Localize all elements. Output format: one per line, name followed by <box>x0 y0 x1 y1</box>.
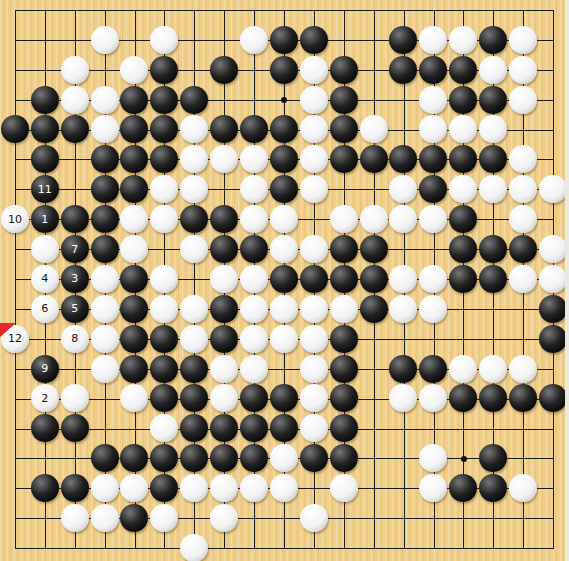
black-stone-move-11[interactable]: 11 <box>31 175 59 203</box>
board-cell[interactable] <box>359 115 389 145</box>
black-stone[interactable] <box>330 115 358 143</box>
board-cell[interactable] <box>359 264 389 294</box>
board-cell[interactable] <box>329 234 359 264</box>
board-cell[interactable] <box>359 85 389 115</box>
black-stone[interactable] <box>91 235 119 263</box>
board-cell[interactable] <box>329 0 359 25</box>
board-cell[interactable] <box>90 234 120 264</box>
white-stone[interactable] <box>509 86 537 114</box>
board-cell[interactable] <box>269 115 299 145</box>
board-cell[interactable] <box>389 264 419 294</box>
board-cell[interactable] <box>60 533 90 561</box>
black-stone[interactable] <box>150 56 178 84</box>
board-cell[interactable]: 5 <box>60 294 90 324</box>
board-cell[interactable] <box>120 144 150 174</box>
board-cell[interactable] <box>179 55 209 85</box>
white-stone-move-8[interactable]: 8 <box>61 325 89 353</box>
board-cell[interactable] <box>448 384 478 414</box>
board-cell[interactable] <box>149 144 179 174</box>
board-cell[interactable] <box>149 25 179 55</box>
board-cell[interactable] <box>418 85 448 115</box>
black-stone[interactable] <box>479 384 507 412</box>
board-cell[interactable] <box>149 324 179 354</box>
board-cell[interactable] <box>478 144 508 174</box>
board-cell[interactable] <box>149 413 179 443</box>
board-cell[interactable] <box>179 144 209 174</box>
board-cell[interactable]: 11 <box>30 174 60 204</box>
board-cell[interactable] <box>179 324 209 354</box>
white-stone[interactable] <box>389 295 417 323</box>
board-cell[interactable] <box>239 25 269 55</box>
board-cell[interactable] <box>389 384 419 414</box>
board-cell[interactable] <box>90 144 120 174</box>
board-cell[interactable] <box>478 533 508 561</box>
board-cell[interactable] <box>389 234 419 264</box>
board-cell[interactable] <box>389 503 419 533</box>
black-stone[interactable] <box>330 86 358 114</box>
white-stone[interactable] <box>91 325 119 353</box>
board-cell[interactable]: 9 <box>30 354 60 384</box>
board-cell[interactable] <box>299 443 329 473</box>
board-cell[interactable] <box>0 443 30 473</box>
white-stone[interactable] <box>270 235 298 263</box>
white-stone[interactable] <box>210 265 238 293</box>
board-cell[interactable] <box>389 443 419 473</box>
white-stone[interactable] <box>330 474 358 502</box>
white-stone[interactable] <box>180 115 208 143</box>
black-stone[interactable] <box>120 504 148 532</box>
board-cell[interactable] <box>538 413 568 443</box>
white-stone[interactable] <box>389 205 417 233</box>
white-stone[interactable] <box>300 414 328 442</box>
board-cell[interactable] <box>478 384 508 414</box>
board-cell[interactable] <box>239 324 269 354</box>
black-stone[interactable] <box>270 56 298 84</box>
white-stone[interactable] <box>509 26 537 54</box>
board-cell[interactable] <box>60 503 90 533</box>
white-stone[interactable] <box>210 384 238 412</box>
board-cell[interactable] <box>239 55 269 85</box>
black-stone-move-5[interactable]: 5 <box>61 295 89 323</box>
board-cell[interactable] <box>149 264 179 294</box>
black-stone[interactable] <box>479 265 507 293</box>
board-cell[interactable] <box>179 85 209 115</box>
board-cell[interactable] <box>538 443 568 473</box>
white-stone[interactable] <box>539 235 567 263</box>
board-cell[interactable] <box>30 0 60 25</box>
board-cell[interactable] <box>239 0 269 25</box>
white-stone[interactable] <box>509 265 537 293</box>
board-cell[interactable] <box>508 25 538 55</box>
white-stone[interactable] <box>419 295 447 323</box>
board-cell[interactable] <box>329 533 359 561</box>
board-cell[interactable] <box>448 0 478 25</box>
board-cell[interactable] <box>299 324 329 354</box>
black-stone[interactable] <box>240 444 268 472</box>
white-stone[interactable] <box>509 145 537 173</box>
black-stone[interactable] <box>539 384 567 412</box>
board-cell[interactable] <box>60 55 90 85</box>
black-stone[interactable] <box>150 115 178 143</box>
board-cell[interactable] <box>508 384 538 414</box>
board-cell[interactable] <box>149 115 179 145</box>
black-stone[interactable] <box>449 235 477 263</box>
white-stone[interactable] <box>300 115 328 143</box>
black-stone[interactable] <box>1 115 29 143</box>
black-stone-move-9[interactable]: 9 <box>31 355 59 383</box>
board-cell[interactable] <box>418 264 448 294</box>
board-cell[interactable] <box>209 144 239 174</box>
board-cell[interactable] <box>448 85 478 115</box>
board-cell[interactable] <box>508 413 538 443</box>
board-cell[interactable] <box>0 413 30 443</box>
black-stone[interactable] <box>330 384 358 412</box>
board-cell[interactable] <box>209 204 239 234</box>
board-cell[interactable] <box>209 234 239 264</box>
board-cell[interactable] <box>299 144 329 174</box>
white-stone[interactable] <box>180 175 208 203</box>
board-cell[interactable] <box>478 204 508 234</box>
board-cell[interactable] <box>179 294 209 324</box>
white-stone[interactable] <box>120 235 148 263</box>
board-cell[interactable] <box>538 85 568 115</box>
board-cell[interactable] <box>239 85 269 115</box>
board-cell[interactable] <box>538 324 568 354</box>
board-cell[interactable] <box>329 144 359 174</box>
board-cell[interactable]: 3 <box>60 264 90 294</box>
board-cell[interactable] <box>448 25 478 55</box>
board-cell[interactable] <box>329 174 359 204</box>
board-cell[interactable] <box>538 55 568 85</box>
board-cell[interactable] <box>418 115 448 145</box>
board-cell[interactable] <box>269 413 299 443</box>
board-cell[interactable] <box>120 55 150 85</box>
board-cell[interactable] <box>538 204 568 234</box>
black-stone[interactable] <box>240 414 268 442</box>
white-stone[interactable] <box>360 205 388 233</box>
black-stone[interactable] <box>120 86 148 114</box>
board-cell[interactable] <box>329 473 359 503</box>
board-cell[interactable] <box>120 85 150 115</box>
white-stone[interactable] <box>31 235 59 263</box>
board-cell[interactable] <box>389 115 419 145</box>
white-stone[interactable] <box>61 56 89 84</box>
white-stone-move-4[interactable]: 4 <box>31 265 59 293</box>
board-cell[interactable] <box>448 115 478 145</box>
board-cell[interactable] <box>269 443 299 473</box>
board-cell[interactable] <box>60 25 90 55</box>
board-cell[interactable] <box>508 473 538 503</box>
board-cell[interactable] <box>478 413 508 443</box>
board-cell[interactable] <box>179 204 209 234</box>
black-stone[interactable] <box>270 414 298 442</box>
board-cell[interactable] <box>508 85 538 115</box>
board-cell[interactable] <box>179 234 209 264</box>
black-stone[interactable] <box>539 295 567 323</box>
board-cell[interactable] <box>448 473 478 503</box>
board-cell[interactable] <box>448 443 478 473</box>
board-cell[interactable] <box>508 533 538 561</box>
white-stone[interactable] <box>240 145 268 173</box>
board-cell[interactable] <box>478 264 508 294</box>
board-cell[interactable] <box>0 0 30 25</box>
white-stone[interactable] <box>449 355 477 383</box>
black-stone[interactable] <box>210 205 238 233</box>
white-stone[interactable] <box>509 474 537 502</box>
board-cell[interactable] <box>0 85 30 115</box>
board-cell[interactable] <box>239 443 269 473</box>
white-stone[interactable] <box>180 474 208 502</box>
board-cell[interactable] <box>0 234 30 264</box>
board-cell[interactable] <box>478 294 508 324</box>
board-cell[interactable] <box>329 413 359 443</box>
board-cell[interactable] <box>508 294 538 324</box>
white-stone[interactable] <box>210 355 238 383</box>
board-cell[interactable] <box>448 234 478 264</box>
black-stone[interactable] <box>330 444 358 472</box>
board-cell[interactable] <box>538 264 568 294</box>
white-stone[interactable] <box>91 26 119 54</box>
board-cell[interactable] <box>209 413 239 443</box>
board-cell[interactable] <box>30 324 60 354</box>
board-cell[interactable] <box>239 144 269 174</box>
board-cell[interactable] <box>359 324 389 354</box>
black-stone[interactable] <box>330 56 358 84</box>
white-stone[interactable] <box>91 504 119 532</box>
board-cell[interactable] <box>90 324 120 354</box>
board-cell[interactable] <box>209 473 239 503</box>
board-cell[interactable] <box>120 25 150 55</box>
board-cell[interactable] <box>359 533 389 561</box>
white-stone[interactable] <box>300 86 328 114</box>
white-stone[interactable] <box>240 355 268 383</box>
board-cell[interactable] <box>389 144 419 174</box>
black-stone[interactable] <box>360 295 388 323</box>
board-cell[interactable] <box>329 115 359 145</box>
black-stone[interactable] <box>120 115 148 143</box>
board-cell[interactable] <box>269 384 299 414</box>
board-cell[interactable] <box>0 55 30 85</box>
board-cell[interactable] <box>0 264 30 294</box>
board-cell[interactable] <box>149 354 179 384</box>
black-stone-move-1[interactable]: 1 <box>31 205 59 233</box>
board-cell[interactable] <box>448 294 478 324</box>
white-stone[interactable] <box>389 265 417 293</box>
white-stone[interactable] <box>360 115 388 143</box>
board-cell[interactable] <box>30 413 60 443</box>
white-stone[interactable] <box>300 175 328 203</box>
board-cell[interactable] <box>359 55 389 85</box>
board-cell[interactable] <box>269 55 299 85</box>
board-cell[interactable] <box>90 533 120 561</box>
board-cell[interactable] <box>538 174 568 204</box>
board-cell[interactable] <box>448 354 478 384</box>
white-stone[interactable] <box>150 414 178 442</box>
board-cell[interactable] <box>359 354 389 384</box>
board-cell[interactable] <box>30 144 60 174</box>
white-stone[interactable] <box>150 26 178 54</box>
white-stone[interactable] <box>300 325 328 353</box>
board-cell[interactable] <box>60 443 90 473</box>
board-cell[interactable] <box>120 503 150 533</box>
black-stone[interactable] <box>270 175 298 203</box>
board-cell[interactable] <box>448 413 478 443</box>
board-cell[interactable] <box>299 174 329 204</box>
black-stone[interactable] <box>419 175 447 203</box>
board-cell[interactable] <box>149 443 179 473</box>
board-cell[interactable] <box>0 294 30 324</box>
board-cell[interactable] <box>448 324 478 354</box>
board-cell[interactable] <box>299 413 329 443</box>
board-cell[interactable] <box>149 174 179 204</box>
black-stone[interactable] <box>91 175 119 203</box>
white-stone[interactable] <box>419 444 447 472</box>
board-cell[interactable] <box>418 324 448 354</box>
board-cell[interactable] <box>508 234 538 264</box>
black-stone[interactable] <box>479 26 507 54</box>
board-cell[interactable] <box>418 234 448 264</box>
board-cell[interactable] <box>299 473 329 503</box>
board-cell[interactable] <box>60 115 90 145</box>
white-stone[interactable] <box>419 474 447 502</box>
white-stone[interactable] <box>240 474 268 502</box>
board-cell[interactable] <box>448 503 478 533</box>
white-stone[interactable] <box>300 295 328 323</box>
black-stone[interactable] <box>270 265 298 293</box>
board-cell[interactable] <box>269 0 299 25</box>
black-stone[interactable] <box>360 145 388 173</box>
board-cell[interactable] <box>30 234 60 264</box>
black-stone[interactable] <box>210 295 238 323</box>
board-cell[interactable] <box>418 25 448 55</box>
white-stone[interactable] <box>150 265 178 293</box>
black-stone[interactable] <box>270 384 298 412</box>
black-stone[interactable] <box>300 444 328 472</box>
board-cell[interactable] <box>90 204 120 234</box>
board-cell[interactable] <box>299 25 329 55</box>
board-cell[interactable] <box>478 174 508 204</box>
white-stone[interactable] <box>389 384 417 412</box>
board-cell[interactable] <box>209 85 239 115</box>
board-cell[interactable] <box>508 503 538 533</box>
board-cell[interactable] <box>120 413 150 443</box>
board-cell[interactable] <box>209 264 239 294</box>
black-stone[interactable] <box>150 444 178 472</box>
black-stone[interactable] <box>330 145 358 173</box>
white-stone[interactable] <box>91 115 119 143</box>
board-cell[interactable] <box>179 174 209 204</box>
board-cell[interactable] <box>478 473 508 503</box>
board-cell[interactable] <box>269 174 299 204</box>
board-cell[interactable] <box>90 0 120 25</box>
board-cell[interactable] <box>209 294 239 324</box>
white-stone[interactable] <box>300 355 328 383</box>
board-cell[interactable] <box>239 503 269 533</box>
white-stone[interactable] <box>270 474 298 502</box>
board-cell[interactable] <box>90 115 120 145</box>
black-stone[interactable] <box>539 325 567 353</box>
black-stone[interactable] <box>180 205 208 233</box>
black-stone[interactable] <box>180 355 208 383</box>
white-stone[interactable] <box>270 325 298 353</box>
white-stone[interactable] <box>479 115 507 143</box>
board-cell[interactable] <box>269 25 299 55</box>
board-cell[interactable] <box>120 204 150 234</box>
black-stone[interactable] <box>61 474 89 502</box>
black-stone[interactable] <box>210 444 238 472</box>
black-stone[interactable] <box>270 145 298 173</box>
white-stone[interactable] <box>419 86 447 114</box>
board-cell[interactable] <box>299 204 329 234</box>
board-cell[interactable] <box>149 473 179 503</box>
board-cell[interactable] <box>389 0 419 25</box>
board-cell[interactable] <box>149 384 179 414</box>
board-cell[interactable] <box>299 234 329 264</box>
black-stone[interactable] <box>449 86 477 114</box>
white-stone[interactable] <box>479 175 507 203</box>
black-stone[interactable] <box>300 265 328 293</box>
white-stone[interactable] <box>479 355 507 383</box>
board-cell[interactable] <box>0 115 30 145</box>
board-cell[interactable] <box>478 234 508 264</box>
board-cell[interactable] <box>538 354 568 384</box>
board-cell[interactable] <box>209 443 239 473</box>
board-cell[interactable] <box>179 533 209 561</box>
black-stone[interactable] <box>210 325 238 353</box>
black-stone[interactable] <box>389 145 417 173</box>
board-cell[interactable] <box>389 324 419 354</box>
white-stone[interactable] <box>91 265 119 293</box>
board-cell[interactable]: 6 <box>30 294 60 324</box>
white-stone[interactable] <box>270 295 298 323</box>
board-cell[interactable] <box>239 413 269 443</box>
white-stone[interactable] <box>449 26 477 54</box>
white-stone[interactable] <box>180 235 208 263</box>
black-stone[interactable] <box>120 265 148 293</box>
black-stone[interactable] <box>120 355 148 383</box>
board-cell[interactable] <box>478 25 508 55</box>
board-cell[interactable]: 10 <box>0 204 30 234</box>
board-cell[interactable] <box>389 533 419 561</box>
board-cell[interactable] <box>448 204 478 234</box>
white-stone[interactable] <box>509 56 537 84</box>
board-cell[interactable] <box>209 25 239 55</box>
board-cell[interactable] <box>90 384 120 414</box>
black-stone[interactable] <box>150 355 178 383</box>
board-cell[interactable] <box>329 324 359 354</box>
black-stone[interactable] <box>91 205 119 233</box>
white-stone[interactable] <box>419 26 447 54</box>
board-cell[interactable] <box>418 354 448 384</box>
board-cell[interactable] <box>508 443 538 473</box>
board-cell[interactable] <box>239 294 269 324</box>
board-cell[interactable] <box>329 503 359 533</box>
board-cell[interactable] <box>179 503 209 533</box>
black-stone[interactable] <box>150 145 178 173</box>
board-cell[interactable] <box>0 503 30 533</box>
board-cell[interactable]: 4 <box>30 264 60 294</box>
board-cell[interactable] <box>359 25 389 55</box>
board-cell[interactable] <box>239 234 269 264</box>
board-cell[interactable] <box>508 0 538 25</box>
board-cell[interactable] <box>120 234 150 264</box>
white-stone[interactable] <box>120 205 148 233</box>
white-stone[interactable] <box>419 115 447 143</box>
black-stone[interactable] <box>210 56 238 84</box>
white-stone[interactable] <box>61 384 89 412</box>
board-cell[interactable] <box>120 443 150 473</box>
black-stone[interactable] <box>300 26 328 54</box>
